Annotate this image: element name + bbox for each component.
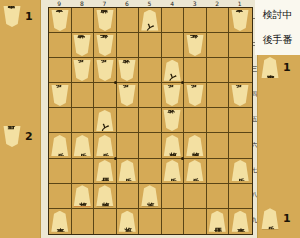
square-5-5[interactable]: [139, 108, 162, 133]
square-7-6[interactable]: 歩兵: [94, 133, 117, 158]
sente-piece-玉将[interactable]: 玉将: [73, 185, 91, 206]
square-5-6[interactable]: [139, 133, 162, 158]
status-label: 検討中: [263, 8, 293, 22]
gote-piece-歩兵[interactable]: 歩兵: [186, 85, 204, 106]
square-6-7[interactable]: 歩兵: [117, 159, 140, 184]
sente-piece-桂馬[interactable]: 桂馬: [96, 160, 114, 181]
square-6-1[interactable]: [117, 8, 140, 33]
square-7-1[interactable]: 銀将: [94, 8, 117, 33]
square-2-4[interactable]: [207, 83, 230, 108]
square-1-1[interactable]: 香車: [229, 8, 252, 33]
file-label-9: 9: [48, 0, 71, 7]
square-1-6[interactable]: [229, 133, 252, 158]
sente-piece-金将[interactable]: 金将: [141, 185, 159, 206]
square-7-8[interactable]: 銀将: [94, 184, 117, 209]
square-7-3[interactable]: 歩兵: [94, 58, 117, 83]
sente-piece-飛車[interactable]: 飛車: [261, 57, 279, 78]
square-8-8[interactable]: 玉将: [72, 184, 95, 209]
hoshi-dot: [181, 81, 184, 84]
square-1-8[interactable]: [229, 184, 252, 209]
hand-count: 1: [25, 10, 33, 23]
gote-hand-panel: 飛車1桂馬2: [0, 0, 41, 238]
sente-piece-と[interactable]: と: [141, 10, 159, 31]
gote-piece-角行[interactable]: 角行: [186, 35, 204, 56]
square-3-5[interactable]: [184, 108, 207, 133]
square-4-1[interactable]: [162, 8, 185, 33]
square-2-7[interactable]: [207, 159, 230, 184]
sente-piece-歩兵[interactable]: 歩兵: [118, 160, 136, 181]
square-7-2[interactable]: 角行: [94, 33, 117, 58]
square-6-3[interactable]: 金将: [117, 58, 140, 83]
square-2-5[interactable]: [207, 108, 230, 133]
sente-piece-香車[interactable]: 香車: [51, 211, 69, 232]
square-6-8[interactable]: [117, 184, 140, 209]
square-6-6[interactable]: [117, 133, 140, 158]
square-2-9[interactable]: 桂馬: [207, 209, 230, 234]
square-7-9[interactable]: [94, 209, 117, 234]
square-9-2[interactable]: [49, 33, 72, 58]
square-8-2[interactable]: 王将: [72, 33, 95, 58]
gote-piece-王将[interactable]: 王将: [73, 35, 91, 56]
square-4-9[interactable]: [162, 209, 185, 234]
square-1-4[interactable]: 歩兵: [229, 83, 252, 108]
square-5-1[interactable]: と: [139, 8, 162, 33]
square-7-5[interactable]: と: [94, 108, 117, 133]
hoshi-dot: [181, 157, 184, 160]
sente-piece-金将[interactable]: 金将: [118, 211, 136, 232]
square-3-1[interactable]: [184, 8, 207, 33]
sente-piece-歩兵[interactable]: 歩兵: [231, 160, 249, 181]
square-5-2[interactable]: [139, 33, 162, 58]
square-9-9[interactable]: 香車: [49, 209, 72, 234]
square-8-7[interactable]: [72, 159, 95, 184]
hoshi-dot: [114, 81, 117, 84]
square-7-4[interactable]: [94, 83, 117, 108]
shogi-board: 香車銀将と香車王将角行角行歩兵歩兵金将と歩兵歩兵歩兵歩兵歩兵と金将歩兵歩兵歩兵銀…: [48, 7, 253, 235]
hand-count: 2: [25, 130, 33, 143]
sente-piece-桂馬[interactable]: 桂馬: [208, 211, 226, 232]
piece-kanji: と: [141, 15, 159, 28]
gote-piece-歩兵[interactable]: 歩兵: [73, 60, 91, 81]
hand-slot-飛車[interactable]: 飛車1: [261, 57, 291, 78]
square-7-7[interactable]: 桂馬: [94, 159, 117, 184]
gote-piece-歩兵[interactable]: 歩兵: [51, 85, 69, 106]
square-2-1[interactable]: [207, 8, 230, 33]
gote-piece-歩兵[interactable]: 歩兵: [96, 60, 114, 81]
square-9-4[interactable]: 歩兵: [49, 83, 72, 108]
square-4-4[interactable]: 歩兵: [162, 83, 185, 108]
hoshi-dot: [114, 157, 117, 160]
sente-piece-歩兵[interactable]: 歩兵: [186, 160, 204, 181]
square-4-8[interactable]: [162, 184, 185, 209]
square-5-8[interactable]: 金将: [139, 184, 162, 209]
turn-indicator: 後手番: [263, 33, 293, 47]
square-3-6[interactable]: 銀将: [184, 133, 207, 158]
square-3-7[interactable]: 歩兵: [184, 159, 207, 184]
sente-piece-と[interactable]: と: [96, 110, 114, 131]
square-5-3[interactable]: [139, 58, 162, 83]
square-4-5[interactable]: 金将: [162, 108, 185, 133]
sente-piece-歩兵[interactable]: 歩兵: [51, 135, 69, 156]
square-6-4[interactable]: 歩兵: [117, 83, 140, 108]
square-9-7[interactable]: [49, 159, 72, 184]
square-3-9[interactable]: [184, 209, 207, 234]
piece-kanji: と: [163, 65, 181, 78]
sente-piece-歩兵[interactable]: 歩兵: [73, 135, 91, 156]
gote-piece-歩兵[interactable]: 歩兵: [163, 85, 181, 106]
square-1-7[interactable]: 歩兵: [229, 159, 252, 184]
square-9-8[interactable]: [49, 184, 72, 209]
file-label-1: 1: [228, 0, 251, 7]
hand-count: 1: [283, 61, 291, 74]
square-1-5[interactable]: [229, 108, 252, 133]
file-label-8: 8: [71, 0, 94, 7]
gote-piece-歩兵[interactable]: 歩兵: [118, 85, 136, 106]
square-8-9[interactable]: [72, 209, 95, 234]
file-label-3: 3: [183, 0, 206, 7]
square-9-3[interactable]: [49, 58, 72, 83]
square-3-4[interactable]: 歩兵: [184, 83, 207, 108]
square-3-8[interactable]: [184, 184, 207, 209]
gote-piece-飛車[interactable]: 飛車: [3, 6, 21, 27]
square-2-2[interactable]: [207, 33, 230, 58]
piece-kanji: と: [96, 115, 114, 128]
square-9-6[interactable]: 歩兵: [49, 133, 72, 158]
shogi-analysis-app: 飛車1桂馬2 987654321 一二三四五六七八九 香車銀将と香車王将角行角行…: [0, 0, 300, 238]
hand-slot-歩兵[interactable]: 歩兵1: [261, 208, 291, 229]
square-1-2[interactable]: [229, 33, 252, 58]
sente-piece-香車[interactable]: 香車: [231, 211, 249, 232]
square-8-5[interactable]: [72, 108, 95, 133]
square-8-3[interactable]: 歩兵: [72, 58, 95, 83]
gote-piece-香車[interactable]: 香車: [51, 10, 69, 31]
file-label-2: 2: [206, 0, 229, 7]
sente-piece-銀将[interactable]: 銀将: [163, 135, 181, 156]
hand-slot-飛車[interactable]: 飛車1: [3, 6, 33, 27]
file-labels: 987654321: [48, 0, 251, 7]
gote-piece-香車[interactable]: 香車: [231, 10, 249, 31]
square-9-5[interactable]: [49, 108, 72, 133]
gote-piece-金将[interactable]: 金将: [118, 60, 136, 81]
square-1-3[interactable]: [229, 58, 252, 83]
file-label-6: 6: [116, 0, 139, 7]
square-2-8[interactable]: [207, 184, 230, 209]
sente-piece-歩兵[interactable]: 歩兵: [163, 160, 181, 181]
square-6-9[interactable]: 金将: [117, 209, 140, 234]
sente-piece-銀将[interactable]: 銀将: [186, 135, 204, 156]
hand-slot-桂馬[interactable]: 桂馬2: [3, 126, 33, 147]
square-6-5[interactable]: [117, 108, 140, 133]
file-label-5: 5: [138, 0, 161, 7]
sente-piece-銀将[interactable]: 銀将: [96, 185, 114, 206]
square-4-6[interactable]: 銀将: [162, 133, 185, 158]
sente-piece-歩兵[interactable]: 歩兵: [96, 135, 114, 156]
square-5-7[interactable]: [139, 159, 162, 184]
gote-piece-銀将[interactable]: 銀将: [96, 10, 114, 31]
square-8-6[interactable]: 歩兵: [72, 133, 95, 158]
square-4-2[interactable]: [162, 33, 185, 58]
square-5-4[interactable]: [139, 83, 162, 108]
square-3-3[interactable]: [184, 58, 207, 83]
status-box: 検討中 後手番: [255, 0, 300, 55]
square-5-9[interactable]: [139, 209, 162, 234]
square-4-7[interactable]: 歩兵: [162, 159, 185, 184]
square-1-9[interactable]: 香車: [229, 209, 252, 234]
file-label-7: 7: [93, 0, 116, 7]
sente-piece-歩兵[interactable]: 歩兵: [261, 208, 279, 229]
gote-piece-歩兵[interactable]: 歩兵: [231, 85, 249, 106]
file-label-4: 4: [161, 0, 184, 7]
gote-piece-角行[interactable]: 角行: [96, 35, 114, 56]
square-8-4[interactable]: [72, 83, 95, 108]
square-2-6[interactable]: [207, 133, 230, 158]
gote-piece-金将[interactable]: 金将: [163, 110, 181, 131]
square-6-2[interactable]: [117, 33, 140, 58]
square-2-3[interactable]: [207, 58, 230, 83]
hand-count: 1: [283, 212, 291, 225]
sente-piece-と[interactable]: と: [163, 60, 181, 81]
gote-piece-桂馬[interactable]: 桂馬: [3, 126, 21, 147]
square-4-3[interactable]: と: [162, 58, 185, 83]
square-9-1[interactable]: 香車: [49, 8, 72, 33]
square-3-2[interactable]: 角行: [184, 33, 207, 58]
square-8-1[interactable]: [72, 8, 95, 33]
